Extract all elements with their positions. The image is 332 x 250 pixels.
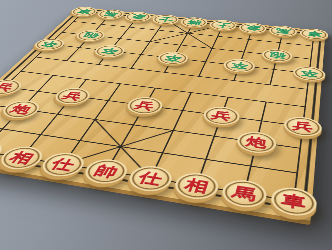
green-chariot-glyph: 車 bbox=[306, 31, 322, 38]
red-general-glyph: 帥 bbox=[92, 163, 120, 179]
green-chariot-glyph: 車 bbox=[75, 9, 93, 15]
red-elephant-glyph: 相 bbox=[7, 150, 36, 165]
red-horse-glyph: 馬 bbox=[231, 184, 258, 202]
green-soldier-glyph: 卒 bbox=[230, 61, 249, 70]
red-soldier-glyph: 兵 bbox=[210, 109, 232, 121]
red-chariot-glyph: 車 bbox=[281, 192, 307, 210]
green-elephant-glyph: 象 bbox=[244, 25, 260, 32]
scene: 車馬象士將士象馬車砲砲卒卒卒卒卒兵兵兵兵兵炮炮車馬相仕帥仕相馬車 bbox=[0, 0, 332, 250]
green-horse-glyph: 馬 bbox=[275, 28, 291, 35]
green-cannon-glyph: 砲 bbox=[268, 51, 286, 59]
red-soldier-glyph: 兵 bbox=[292, 120, 313, 133]
red-elephant-glyph: 相 bbox=[183, 177, 210, 194]
green-soldier-glyph: 卒 bbox=[300, 69, 318, 78]
red-cannon-glyph: 炮 bbox=[245, 135, 268, 149]
green-soldier-glyph: 卒 bbox=[163, 54, 182, 62]
green-advisor-glyph: 士 bbox=[157, 16, 174, 22]
green-cannon-glyph: 砲 bbox=[81, 32, 100, 39]
green-horse-glyph: 馬 bbox=[102, 11, 119, 17]
red-soldier-glyph: 兵 bbox=[133, 100, 156, 111]
green-advisor-glyph: 士 bbox=[215, 22, 232, 29]
red-cannon-glyph: 炮 bbox=[9, 103, 35, 114]
green-soldier-glyph: 卒 bbox=[39, 40, 59, 48]
red-soldier-glyph: 兵 bbox=[61, 90, 85, 101]
red-advisor-glyph: 仕 bbox=[137, 170, 165, 186]
green-elephant-glyph: 象 bbox=[129, 14, 146, 20]
red-soldier-glyph: 兵 bbox=[0, 82, 17, 92]
green-general-glyph: 將 bbox=[186, 19, 203, 25]
xiangqi-board[interactable]: 車馬象士將士象馬車砲砲卒卒卒卒卒兵兵兵兵兵炮炮車馬相仕帥仕相馬車 bbox=[0, 7, 326, 215]
green-soldier-glyph: 卒 bbox=[100, 47, 120, 55]
red-advisor-glyph: 仕 bbox=[49, 156, 78, 171]
